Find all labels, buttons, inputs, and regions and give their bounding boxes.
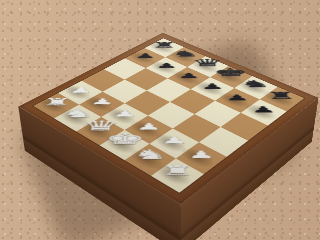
square-f5[interactable]: ♟ [241,99,287,125]
square-f4[interactable] [221,113,269,141]
square-e2[interactable]: ♟ [149,129,198,159]
square-d3[interactable] [148,102,195,129]
black-pawn-piece[interactable]: ♟ [241,99,287,125]
square-e3[interactable] [173,114,221,142]
piece-shadow [124,146,169,174]
square-d1[interactable]: ♚ [100,130,150,160]
square-c1[interactable]: ♛ [76,117,124,145]
white-queen-piece[interactable]: ♛ [76,117,124,145]
white-rook-piece[interactable]: ♜ [33,93,79,118]
white-queen-glyph: ♛ [64,119,138,132]
white-pawn-glyph: ♟ [137,135,212,145]
white-king-piece[interactable]: ♚ [100,130,150,160]
piece-shadow [148,130,192,156]
square-f3[interactable] [199,127,248,157]
piece-shadow [124,117,166,141]
white-pawn-glyph: ♟ [112,122,185,131]
square-a1[interactable]: ♜ [33,93,79,118]
board-frame: ♜♞♛♚♞♜♟♟♟♟♟♟♟♟♟♟♟♟♜♞♛♚♞♜ [19,33,318,205]
piece-shadow [76,118,118,142]
piece-shadow [175,144,221,171]
chess-scene: ♜♞♛♚♞♜♟♟♟♟♟♟♟♟♟♟♟♟♜♞♛♚♞♜ [0,0,320,240]
square-f2[interactable]: ♟ [176,142,227,174]
white-knight-piece[interactable]: ♞ [125,144,176,176]
white-knight-glyph: ♞ [111,148,188,161]
square-e1[interactable]: ♞ [125,144,176,176]
white-king-glyph: ♚ [87,132,162,147]
white-pawn-glyph: ♟ [163,149,240,159]
black-pawn-glyph: ♟ [228,105,299,113]
piece-shadow [150,160,197,189]
piece-shadow [99,132,143,158]
white-rook-glyph: ♜ [21,97,92,107]
square-f1[interactable]: ♜ [151,159,204,193]
white-pawn-piece[interactable]: ♟ [176,142,227,174]
white-rook-piece[interactable]: ♜ [151,159,204,193]
chess-box: ♜♞♛♚♞♜♟♟♟♟♟♟♟♟♟♟♟♟♜♞♛♚♞♜ [19,33,318,205]
white-rook-glyph: ♜ [138,164,218,177]
white-pawn-piece[interactable]: ♟ [149,129,198,159]
